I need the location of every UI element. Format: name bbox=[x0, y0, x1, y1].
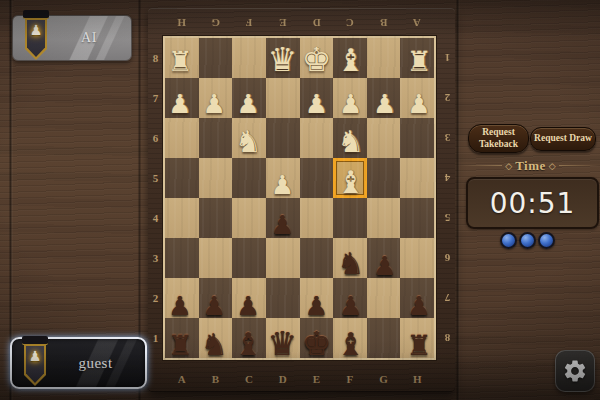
black-pawn[interactable]: ♟ bbox=[265, 182, 299, 238]
black-bishop[interactable]: ♝ bbox=[231, 304, 265, 360]
black-knight[interactable]: ♞ bbox=[197, 304, 231, 360]
black-rook[interactable]: ♜ bbox=[163, 304, 197, 360]
white-pawn[interactable]: ♟ bbox=[197, 61, 231, 117]
black-bishop[interactable]: ♝ bbox=[334, 304, 368, 360]
black-king[interactable]: ♚ bbox=[300, 304, 334, 360]
white-pawn[interactable]: ♟ bbox=[402, 61, 436, 117]
white-pawn[interactable]: ♟ bbox=[300, 61, 334, 117]
black-queen[interactable]: ♛ bbox=[265, 304, 299, 360]
white-bishop[interactable]: ♝ bbox=[334, 142, 368, 198]
chess-game-screen: HGFEDCBA ABCDEFGH 87654321 12345678 ♜♛♚♝… bbox=[0, 0, 600, 400]
white-pawn[interactable]: ♟ bbox=[368, 61, 402, 117]
black-pawn[interactable]: ♟ bbox=[368, 223, 402, 279]
white-pawn[interactable]: ♟ bbox=[163, 61, 197, 117]
black-rook[interactable]: ♜ bbox=[402, 304, 436, 360]
white-knight[interactable]: ♞ bbox=[231, 101, 265, 157]
